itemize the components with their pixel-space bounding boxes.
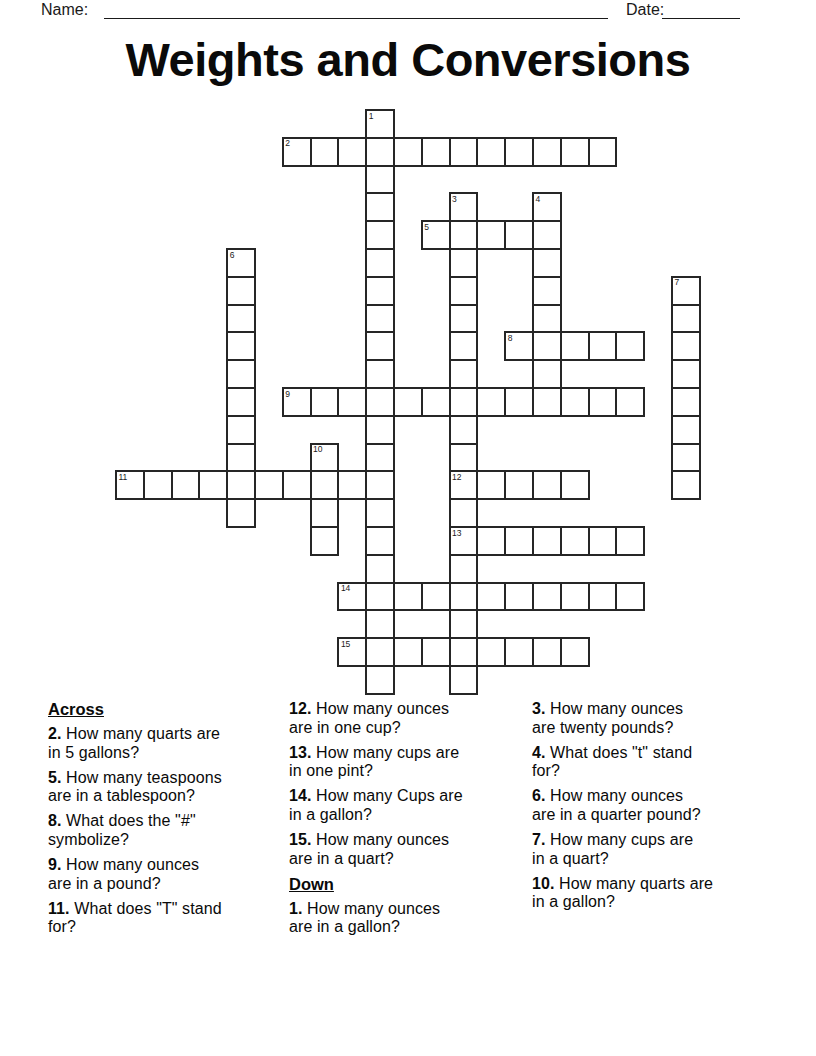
clue-column-middle: 12. How many ouncesare in one cup?13. Ho… xyxy=(289,700,519,943)
grid-cell xyxy=(449,609,479,639)
date-label: Date: xyxy=(626,1,664,19)
clue: 15. How many ouncesare in a quart? xyxy=(289,831,519,868)
clue: 3. How many ouncesare twenty pounds? xyxy=(532,700,772,737)
grid-clue-number: 2 xyxy=(285,139,290,148)
grid-cell xyxy=(449,276,479,306)
grid-cell xyxy=(226,415,256,445)
grid-cell xyxy=(449,637,479,667)
grid-cell xyxy=(226,331,256,361)
clue-number: 2. xyxy=(48,725,62,742)
grid-cell xyxy=(476,220,506,250)
clue-number: 4. xyxy=(532,744,546,761)
clue-number: 15. xyxy=(289,831,312,848)
grid-cell xyxy=(532,359,562,389)
grid-cell xyxy=(532,582,562,612)
clue: 5. How many teaspoonsare in a tablespoon… xyxy=(48,769,278,806)
grid-clue-number: 7 xyxy=(675,278,680,287)
clue: 4. What does "t" standfor? xyxy=(532,744,772,781)
clue-number: 14. xyxy=(289,787,312,804)
clue: 11. What does "T" standfor? xyxy=(48,900,278,937)
grid-cell xyxy=(449,137,479,167)
grid-cell xyxy=(476,470,506,500)
grid-cell xyxy=(365,637,395,667)
grid-cell xyxy=(365,220,395,250)
clue-number: 11. xyxy=(48,900,70,917)
grid-cell xyxy=(449,220,479,250)
grid-cell xyxy=(310,498,340,528)
clue: 14. How many Cups arein a gallon? xyxy=(289,787,519,824)
grid-cell xyxy=(588,387,618,417)
crossword-grid: 123456789101112131415 xyxy=(115,109,701,695)
clue: 8. What does the "#"symbolize? xyxy=(48,812,278,849)
grid-cell xyxy=(449,359,479,389)
grid-cell xyxy=(560,582,590,612)
date-blank-line xyxy=(662,18,740,20)
grid-cell xyxy=(337,387,367,417)
grid-cell xyxy=(421,387,451,417)
grid-cell xyxy=(671,387,701,417)
grid-cell xyxy=(588,137,618,167)
grid-cell xyxy=(365,276,395,306)
grid-cell xyxy=(532,637,562,667)
grid-cell xyxy=(476,637,506,667)
grid-cell xyxy=(365,331,395,361)
grid-cell xyxy=(671,304,701,334)
down-header: Down xyxy=(289,875,519,894)
grid-cell xyxy=(449,248,479,278)
clue: 2. How many quarts arein 5 gallons? xyxy=(48,725,278,762)
grid-cell xyxy=(365,609,395,639)
grid-cell xyxy=(532,248,562,278)
grid-cell xyxy=(226,387,256,417)
grid-cell xyxy=(421,582,451,612)
grid-cell xyxy=(615,331,645,361)
grid-cell xyxy=(532,331,562,361)
grid-cell xyxy=(365,387,395,417)
clue-column-across: Across2. How many quarts arein 5 gallons… xyxy=(48,700,278,943)
grid-cell xyxy=(310,526,340,556)
grid-cell xyxy=(393,637,423,667)
grid-cell xyxy=(476,582,506,612)
grid-cell xyxy=(282,470,312,500)
page-title: Weights and Conversions xyxy=(0,31,816,89)
grid-clue-number: 14 xyxy=(341,584,350,593)
grid-cell xyxy=(365,137,395,167)
grid-cell xyxy=(365,554,395,584)
grid-cell xyxy=(671,443,701,473)
grid-clue-number: 11 xyxy=(119,473,128,482)
clue-number: 1. xyxy=(289,900,303,917)
clue: 6. How many ouncesare in a quarter pound… xyxy=(532,787,772,824)
grid-cell xyxy=(365,582,395,612)
clue: 12. How many ouncesare in one cup? xyxy=(289,700,519,737)
grid-cell xyxy=(615,387,645,417)
grid-cell xyxy=(532,276,562,306)
grid-cell xyxy=(560,470,590,500)
clue-number: 6. xyxy=(532,787,546,804)
grid-clue-number: 10 xyxy=(313,445,322,454)
grid-cell xyxy=(532,526,562,556)
grid-cell xyxy=(504,387,534,417)
grid-clue-number: 1 xyxy=(369,112,374,121)
grid-cell xyxy=(476,137,506,167)
grid-cell xyxy=(449,415,479,445)
clue-number: 5. xyxy=(48,769,62,786)
grid-cell xyxy=(226,443,256,473)
clue-number: 9. xyxy=(48,856,62,873)
grid-clue-number: 4 xyxy=(536,195,541,204)
grid-cell xyxy=(365,443,395,473)
grid-cell xyxy=(588,526,618,556)
clue-number: 13. xyxy=(289,744,312,761)
grid-cell xyxy=(365,304,395,334)
clue-number: 8. xyxy=(48,812,62,829)
grid-clue-number: 5 xyxy=(424,223,429,232)
grid-cell xyxy=(532,387,562,417)
grid-cell xyxy=(532,304,562,334)
grid-cell xyxy=(588,331,618,361)
clue-number: 7. xyxy=(532,831,546,848)
grid-cell xyxy=(143,470,173,500)
clue: 7. How many cups arein a quart? xyxy=(532,831,772,868)
grid-cell xyxy=(532,220,562,250)
across-header: Across xyxy=(48,700,278,719)
name-label: Name: xyxy=(41,1,88,19)
clue-number: 10. xyxy=(532,875,555,892)
grid-cell xyxy=(310,137,340,167)
grid-clue-number: 15 xyxy=(341,640,350,649)
clue: 10. How many quarts arein a gallon? xyxy=(532,875,772,912)
grid-cell xyxy=(476,526,506,556)
grid-clue-number: 13 xyxy=(452,529,461,538)
grid-cell xyxy=(365,359,395,389)
grid-cell xyxy=(393,137,423,167)
grid-cell xyxy=(449,387,479,417)
clue-column-down: 3. How many ouncesare twenty pounds?4. W… xyxy=(532,700,772,918)
grid-cell xyxy=(560,331,590,361)
grid-cell xyxy=(310,470,340,500)
grid-cell xyxy=(226,359,256,389)
grid-cell xyxy=(365,526,395,556)
name-blank-line xyxy=(104,18,608,20)
grid-cell xyxy=(504,137,534,167)
grid-cell xyxy=(421,637,451,667)
grid-cell xyxy=(671,470,701,500)
grid-cell xyxy=(365,415,395,445)
grid-cell xyxy=(365,498,395,528)
grid-cell xyxy=(560,637,590,667)
grid-cell xyxy=(504,526,534,556)
grid-cell xyxy=(671,415,701,445)
grid-cell xyxy=(226,276,256,306)
grid-cell xyxy=(504,637,534,667)
grid-cell xyxy=(449,331,479,361)
grid-cell xyxy=(449,443,479,473)
grid-cell xyxy=(476,387,506,417)
grid-cell xyxy=(365,192,395,222)
grid-cell xyxy=(226,304,256,334)
grid-cell xyxy=(310,387,340,417)
grid-clue-number: 6 xyxy=(230,251,235,260)
grid-cell xyxy=(449,665,479,695)
grid-cell xyxy=(365,665,395,695)
grid-cell xyxy=(615,582,645,612)
grid-cell xyxy=(449,582,479,612)
grid-cell xyxy=(671,331,701,361)
grid-cell xyxy=(560,526,590,556)
grid-cell xyxy=(560,137,590,167)
grid-clue-number: 12 xyxy=(452,473,461,482)
clue: 9. How many ouncesare in a pound? xyxy=(48,856,278,893)
grid-cell xyxy=(671,359,701,389)
grid-cell xyxy=(532,137,562,167)
grid-cell xyxy=(337,470,367,500)
grid-cell xyxy=(365,470,395,500)
grid-cell xyxy=(532,470,562,500)
grid-cell xyxy=(615,526,645,556)
clue: 13. How many cups arein one pint? xyxy=(289,744,519,781)
grid-cell xyxy=(449,498,479,528)
grid-cell xyxy=(254,470,284,500)
grid-cell xyxy=(393,387,423,417)
grid-cell xyxy=(449,304,479,334)
grid-clue-number: 9 xyxy=(285,390,290,399)
grid-cell xyxy=(198,470,228,500)
clue-number: 3. xyxy=(532,700,546,717)
grid-cell xyxy=(226,470,256,500)
clue: 1. How many ouncesare in a gallon? xyxy=(289,900,519,937)
grid-cell xyxy=(365,165,395,195)
grid-cell xyxy=(226,498,256,528)
grid-cell xyxy=(393,582,423,612)
grid-cell xyxy=(560,387,590,417)
grid-cell xyxy=(449,554,479,584)
grid-cell xyxy=(421,137,451,167)
grid-cell xyxy=(504,470,534,500)
grid-cell xyxy=(504,582,534,612)
grid-clue-number: 3 xyxy=(452,195,457,204)
grid-cell xyxy=(337,137,367,167)
grid-cell xyxy=(588,582,618,612)
grid-cell xyxy=(365,248,395,278)
clue-number: 12. xyxy=(289,700,312,717)
grid-cell xyxy=(171,470,201,500)
grid-clue-number: 8 xyxy=(508,334,513,343)
grid-cell xyxy=(504,220,534,250)
